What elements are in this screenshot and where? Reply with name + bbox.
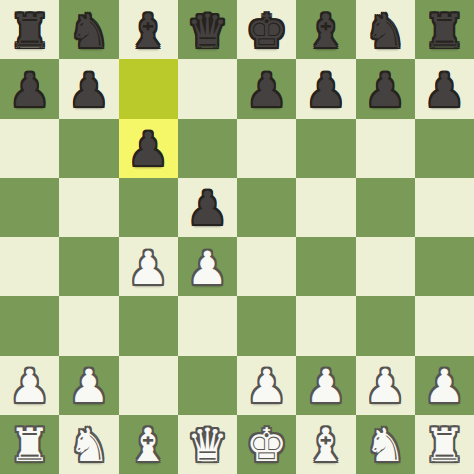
piece-white-pawn[interactable]: ♟ xyxy=(365,363,406,409)
square-h5[interactable] xyxy=(415,178,474,237)
square-g4[interactable] xyxy=(356,237,415,296)
square-g6[interactable] xyxy=(356,119,415,178)
piece-white-queen[interactable]: ♛ xyxy=(187,422,228,468)
piece-white-knight[interactable]: ♞ xyxy=(68,422,109,468)
square-f5[interactable] xyxy=(296,178,355,237)
piece-black-pawn[interactable]: ♟ xyxy=(305,67,346,113)
square-b6[interactable] xyxy=(59,119,118,178)
square-b1[interactable]: ♞ xyxy=(59,415,118,474)
square-d6[interactable] xyxy=(178,119,237,178)
piece-black-bishop[interactable]: ♝ xyxy=(128,8,169,54)
square-f4[interactable] xyxy=(296,237,355,296)
square-h6[interactable] xyxy=(415,119,474,178)
square-c3[interactable] xyxy=(119,296,178,355)
square-h8[interactable]: ♜ xyxy=(415,0,474,59)
square-a6[interactable] xyxy=(0,119,59,178)
piece-white-bishop[interactable]: ♝ xyxy=(128,422,169,468)
square-c5[interactable] xyxy=(119,178,178,237)
piece-white-pawn[interactable]: ♟ xyxy=(128,245,169,291)
piece-black-king[interactable]: ♚ xyxy=(246,8,287,54)
square-c2[interactable] xyxy=(119,356,178,415)
piece-black-pawn[interactable]: ♟ xyxy=(128,126,169,172)
square-f7[interactable]: ♟ xyxy=(296,59,355,118)
square-a8[interactable]: ♜ xyxy=(0,0,59,59)
square-d3[interactable] xyxy=(178,296,237,355)
piece-black-knight[interactable]: ♞ xyxy=(68,8,109,54)
square-h2[interactable]: ♟ xyxy=(415,356,474,415)
piece-black-pawn[interactable]: ♟ xyxy=(187,185,228,231)
square-h7[interactable]: ♟ xyxy=(415,59,474,118)
square-h4[interactable] xyxy=(415,237,474,296)
piece-black-knight[interactable]: ♞ xyxy=(365,8,406,54)
square-g2[interactable]: ♟ xyxy=(356,356,415,415)
square-d1[interactable]: ♛ xyxy=(178,415,237,474)
square-b4[interactable] xyxy=(59,237,118,296)
square-a1[interactable]: ♜ xyxy=(0,415,59,474)
piece-black-rook[interactable]: ♜ xyxy=(9,8,50,54)
square-a5[interactable] xyxy=(0,178,59,237)
square-f3[interactable] xyxy=(296,296,355,355)
square-b2[interactable]: ♟ xyxy=(59,356,118,415)
square-d2[interactable] xyxy=(178,356,237,415)
piece-white-knight[interactable]: ♞ xyxy=(365,422,406,468)
square-e6[interactable] xyxy=(237,119,296,178)
piece-black-queen[interactable]: ♛ xyxy=(187,8,228,54)
square-a4[interactable] xyxy=(0,237,59,296)
square-c1[interactable]: ♝ xyxy=(119,415,178,474)
piece-white-pawn[interactable]: ♟ xyxy=(246,363,287,409)
square-b5[interactable] xyxy=(59,178,118,237)
square-f2[interactable]: ♟ xyxy=(296,356,355,415)
square-h1[interactable]: ♜ xyxy=(415,415,474,474)
square-c6[interactable]: ♟ xyxy=(119,119,178,178)
piece-white-rook[interactable]: ♜ xyxy=(9,422,50,468)
piece-black-pawn[interactable]: ♟ xyxy=(68,67,109,113)
piece-white-king[interactable]: ♚ xyxy=(246,422,287,468)
square-b8[interactable]: ♞ xyxy=(59,0,118,59)
square-f8[interactable]: ♝ xyxy=(296,0,355,59)
square-d7[interactable] xyxy=(178,59,237,118)
piece-black-bishop[interactable]: ♝ xyxy=(305,8,346,54)
piece-white-pawn[interactable]: ♟ xyxy=(424,363,465,409)
square-c7[interactable] xyxy=(119,59,178,118)
square-g8[interactable]: ♞ xyxy=(356,0,415,59)
square-c8[interactable]: ♝ xyxy=(119,0,178,59)
square-e2[interactable]: ♟ xyxy=(237,356,296,415)
piece-white-pawn[interactable]: ♟ xyxy=(68,363,109,409)
square-b7[interactable]: ♟ xyxy=(59,59,118,118)
piece-black-pawn[interactable]: ♟ xyxy=(424,67,465,113)
piece-white-pawn[interactable]: ♟ xyxy=(305,363,346,409)
square-f1[interactable]: ♝ xyxy=(296,415,355,474)
piece-white-rook[interactable]: ♜ xyxy=(424,422,465,468)
square-e8[interactable]: ♚ xyxy=(237,0,296,59)
square-a7[interactable]: ♟ xyxy=(0,59,59,118)
chess-board: ♜♞♝♛♚♝♞♜♟♟♟♟♟♟♟♟♟♟♟♟♟♟♟♟♜♞♝♛♚♝♞♜ xyxy=(0,0,474,474)
square-g5[interactable] xyxy=(356,178,415,237)
square-e4[interactable] xyxy=(237,237,296,296)
square-a2[interactable]: ♟ xyxy=(0,356,59,415)
piece-white-pawn[interactable]: ♟ xyxy=(187,245,228,291)
square-d5[interactable]: ♟ xyxy=(178,178,237,237)
square-e1[interactable]: ♚ xyxy=(237,415,296,474)
square-h3[interactable] xyxy=(415,296,474,355)
square-a3[interactable] xyxy=(0,296,59,355)
square-d4[interactable]: ♟ xyxy=(178,237,237,296)
square-f6[interactable] xyxy=(296,119,355,178)
square-b3[interactable] xyxy=(59,296,118,355)
square-e5[interactable] xyxy=(237,178,296,237)
piece-black-pawn[interactable]: ♟ xyxy=(365,67,406,113)
square-e3[interactable] xyxy=(237,296,296,355)
square-g1[interactable]: ♞ xyxy=(356,415,415,474)
square-g3[interactable] xyxy=(356,296,415,355)
piece-black-pawn[interactable]: ♟ xyxy=(246,67,287,113)
piece-black-rook[interactable]: ♜ xyxy=(424,8,465,54)
piece-white-pawn[interactable]: ♟ xyxy=(9,363,50,409)
square-c4[interactable]: ♟ xyxy=(119,237,178,296)
piece-white-bishop[interactable]: ♝ xyxy=(305,422,346,468)
piece-black-pawn[interactable]: ♟ xyxy=(9,67,50,113)
square-d8[interactable]: ♛ xyxy=(178,0,237,59)
square-g7[interactable]: ♟ xyxy=(356,59,415,118)
square-e7[interactable]: ♟ xyxy=(237,59,296,118)
